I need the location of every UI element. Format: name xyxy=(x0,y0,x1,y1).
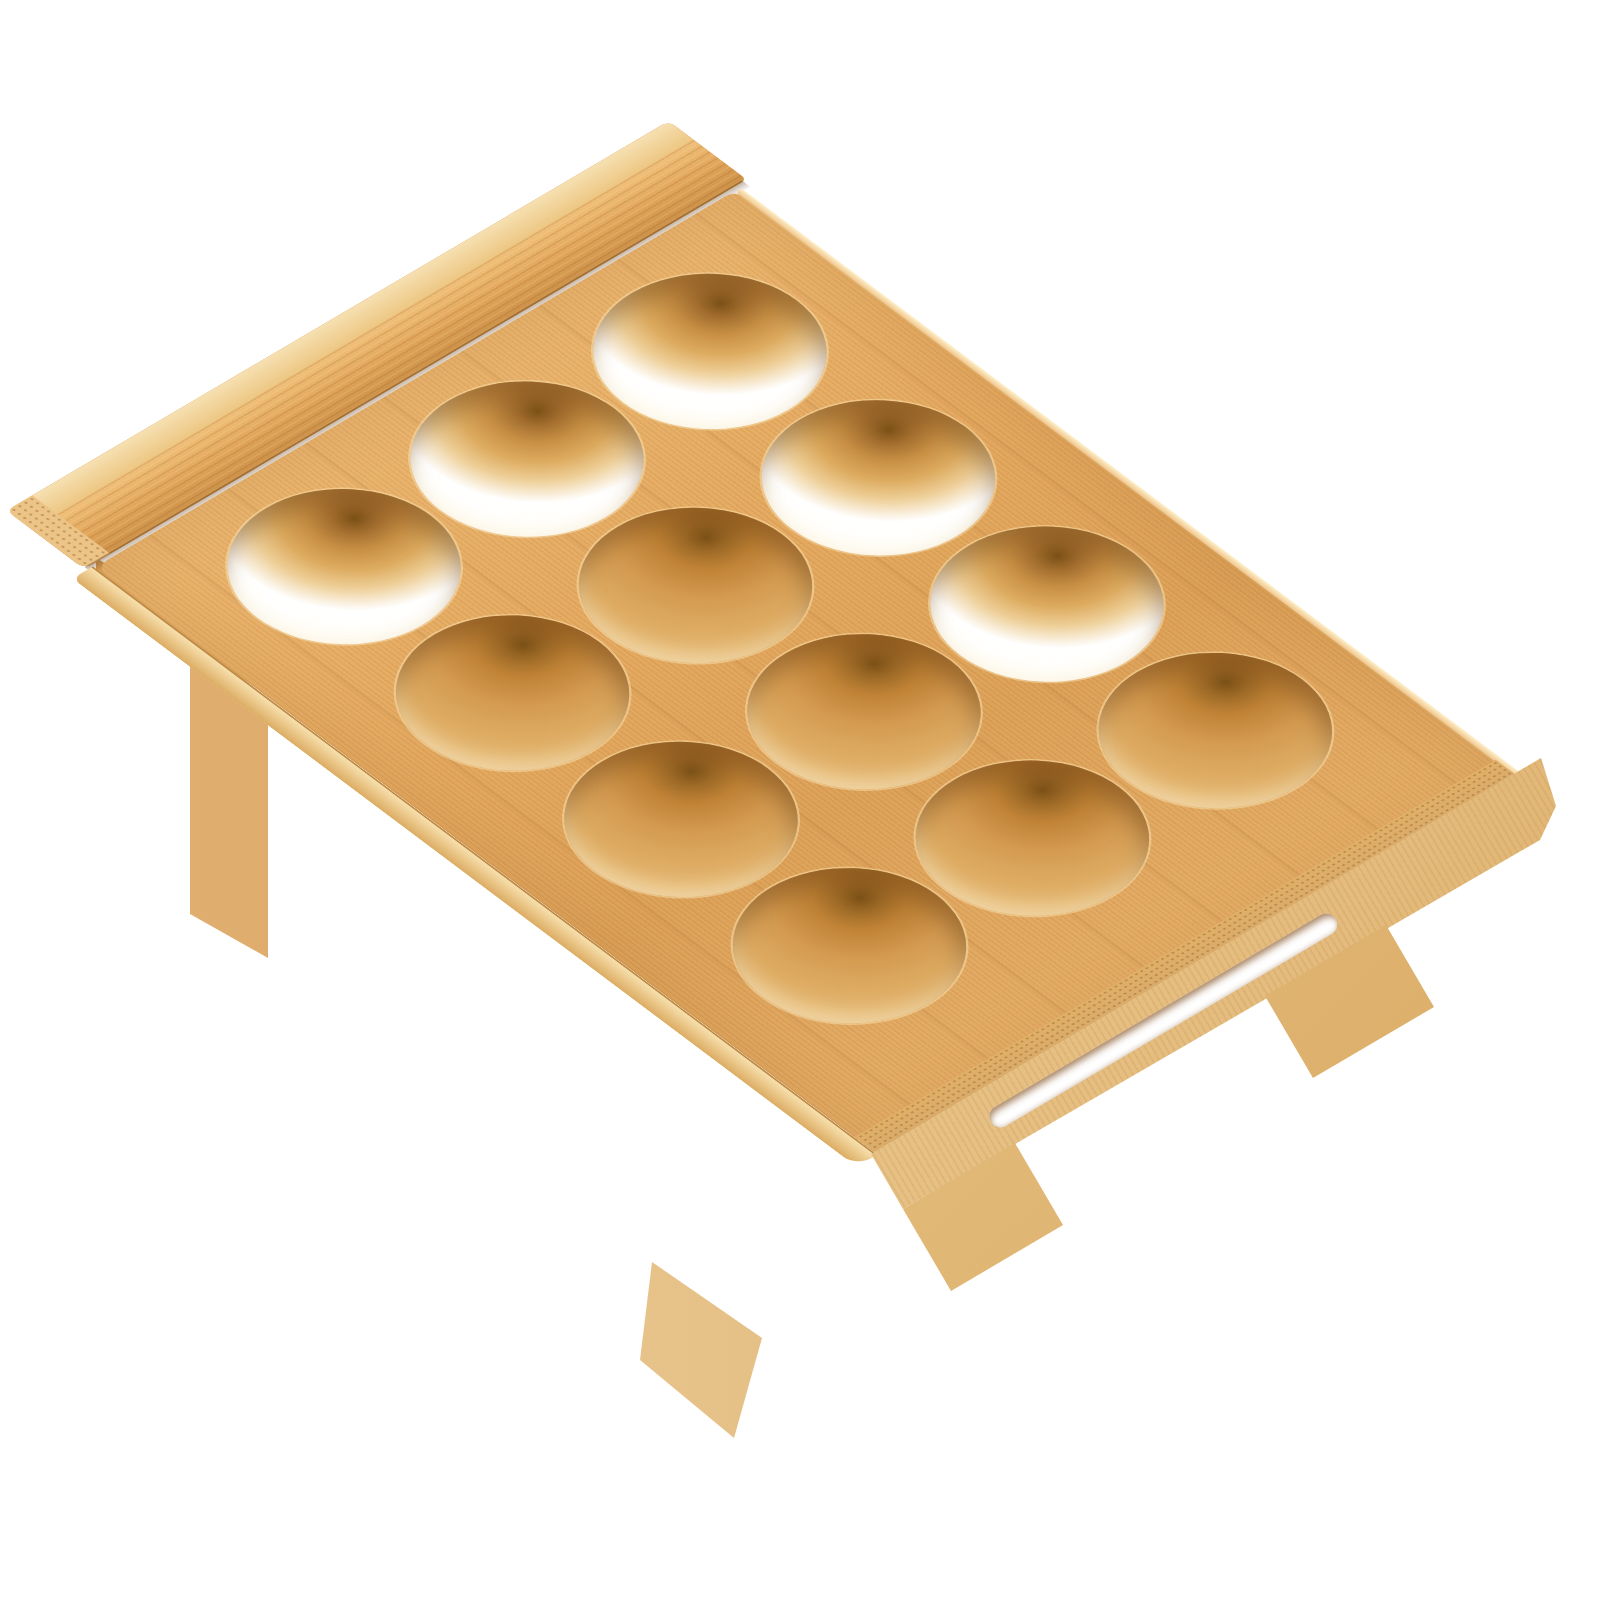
photo-stage xyxy=(0,0,1600,1600)
